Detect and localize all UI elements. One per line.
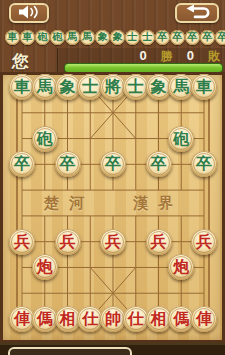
piece-red-兵[interactable]: 兵: [100, 229, 126, 255]
tray-piece-卒: 卒: [170, 30, 185, 45]
piece-red-傌[interactable]: 傌: [32, 306, 58, 332]
losses-value: 0: [187, 48, 194, 63]
river-left-text: 楚河: [44, 194, 94, 213]
tray-piece-卒: 卒: [200, 30, 215, 45]
piece-red-兵[interactable]: 兵: [9, 229, 35, 255]
self-player-panel: [8, 347, 132, 355]
piece-black-卒[interactable]: 卒: [55, 151, 81, 177]
tray-piece-砲: 砲: [35, 30, 50, 45]
piece-red-兵[interactable]: 兵: [55, 229, 81, 255]
piece-black-卒[interactable]: 卒: [146, 151, 172, 177]
piece-black-砲[interactable]: 砲: [32, 126, 58, 152]
captured-pieces-tray: 車車砲砲馬馬象象士士卒卒卒卒卒: [0, 27, 225, 47]
xiangqi-app-screen: 車車砲砲馬馬象象士士卒卒卒卒卒 您 0 勝 0 敗 楚河 漢界 車馬象士將士象馬…: [0, 0, 225, 355]
back-button[interactable]: [175, 3, 219, 23]
piece-black-馬[interactable]: 馬: [32, 74, 58, 100]
score-bar: 您 0 勝 0 敗: [0, 48, 225, 72]
tray-piece-馬: 馬: [65, 30, 80, 45]
tray-piece-士: 士: [140, 30, 155, 45]
tray-piece-卒: 卒: [185, 30, 200, 45]
tray-piece-象: 象: [95, 30, 110, 45]
player-label: 您: [12, 50, 29, 73]
tray-piece-士: 士: [125, 30, 140, 45]
tray-piece-象: 象: [110, 30, 125, 45]
tray-piece-卒: 卒: [155, 30, 170, 45]
wins-value: 0: [140, 48, 147, 63]
piece-red-兵[interactable]: 兵: [146, 229, 172, 255]
piece-black-車[interactable]: 車: [191, 74, 217, 100]
board-grid-lines: [0, 72, 225, 346]
piece-black-砲[interactable]: 砲: [168, 126, 194, 152]
top-bar: [0, 0, 225, 26]
tray-piece-車: 車: [20, 30, 35, 45]
piece-red-仕[interactable]: 仕: [123, 306, 149, 332]
xiangqi-board[interactable]: 楚河 漢界 車馬象士將士象馬車砲砲卒卒卒卒卒兵兵兵兵兵炮炮俥傌相仕帥仕相傌俥: [0, 72, 225, 346]
score-panel: 0 勝 0 敗: [57, 48, 225, 72]
piece-red-兵[interactable]: 兵: [191, 229, 217, 255]
speaker-icon: [17, 4, 41, 23]
piece-red-俥[interactable]: 俥: [191, 306, 217, 332]
tray-piece-砲: 砲: [50, 30, 65, 45]
sound-toggle-button[interactable]: [9, 3, 49, 23]
tray-piece-馬: 馬: [80, 30, 95, 45]
bottom-bar: [0, 345, 225, 355]
piece-black-士[interactable]: 士: [123, 74, 149, 100]
river-right-text: 漢界: [133, 194, 183, 213]
tray-piece-卒: 卒: [215, 30, 225, 45]
tray-piece-車: 車: [5, 30, 20, 45]
return-arrow-icon: [183, 4, 211, 23]
